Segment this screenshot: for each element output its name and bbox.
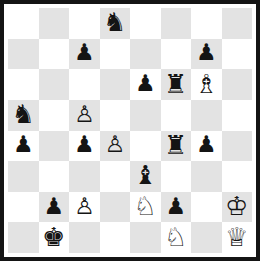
square-c6[interactable] [69, 69, 100, 100]
square-g8[interactable] [191, 8, 222, 39]
square-d2[interactable] [100, 192, 131, 223]
square-d4[interactable]: ♙ [100, 131, 131, 162]
square-e4[interactable] [130, 131, 161, 162]
square-e6[interactable]: ♟ [130, 69, 161, 100]
black-pawn[interactable]: ♟ [196, 133, 217, 156]
square-h7[interactable] [222, 39, 253, 70]
black-pawn[interactable]: ♟ [13, 133, 34, 156]
black-pawn[interactable]: ♟ [196, 41, 217, 64]
square-h1[interactable]: ♕ [222, 222, 253, 253]
square-f2[interactable]: ♟ [161, 192, 192, 223]
square-a4[interactable]: ♟ [8, 131, 39, 162]
square-h4[interactable] [222, 131, 253, 162]
square-e8[interactable] [130, 8, 161, 39]
square-f6[interactable]: ♜ [161, 69, 192, 100]
square-f3[interactable] [161, 161, 192, 192]
square-b7[interactable] [39, 39, 70, 70]
black-knight[interactable]: ♞ [12, 101, 35, 127]
square-d6[interactable] [100, 69, 131, 100]
black-rook[interactable]: ♜ [164, 132, 187, 158]
square-c2[interactable]: ♙ [69, 192, 100, 223]
square-f7[interactable] [161, 39, 192, 70]
square-g3[interactable] [191, 161, 222, 192]
square-h2[interactable]: ♔ [222, 192, 253, 223]
square-c5[interactable]: ♙ [69, 100, 100, 131]
white-pawn[interactable]: ♙ [74, 103, 95, 126]
square-b5[interactable] [39, 100, 70, 131]
white-knight[interactable]: ♘ [134, 193, 157, 219]
square-a2[interactable] [8, 192, 39, 223]
square-f1[interactable]: ♘ [161, 222, 192, 253]
white-king[interactable]: ♔ [225, 193, 248, 219]
square-g7[interactable]: ♟ [191, 39, 222, 70]
square-h3[interactable] [222, 161, 253, 192]
square-c3[interactable] [69, 161, 100, 192]
square-b1[interactable]: ♚ [39, 222, 70, 253]
square-b6[interactable] [39, 69, 70, 100]
square-e7[interactable] [130, 39, 161, 70]
white-bishop[interactable]: ♗ [195, 71, 218, 97]
square-h5[interactable] [222, 100, 253, 131]
chess-board: ♞♟♟♟♜♗♞♙♟♟♙♜♟♝♟♙♘♟♔♚♘♕ [8, 8, 252, 253]
square-d1[interactable] [100, 222, 131, 253]
square-d7[interactable] [100, 39, 131, 70]
square-d5[interactable] [100, 100, 131, 131]
square-c4[interactable]: ♟ [69, 131, 100, 162]
square-g6[interactable]: ♗ [191, 69, 222, 100]
square-f5[interactable] [161, 100, 192, 131]
square-c1[interactable] [69, 222, 100, 253]
black-bishop[interactable]: ♝ [134, 162, 157, 188]
square-e5[interactable] [130, 100, 161, 131]
square-c7[interactable]: ♟ [69, 39, 100, 70]
square-a8[interactable] [8, 8, 39, 39]
square-c8[interactable] [69, 8, 100, 39]
black-pawn[interactable]: ♟ [135, 72, 156, 95]
square-a5[interactable]: ♞ [8, 100, 39, 131]
square-g1[interactable] [191, 222, 222, 253]
square-a1[interactable] [8, 222, 39, 253]
square-h6[interactable] [222, 69, 253, 100]
square-b3[interactable] [39, 161, 70, 192]
square-g2[interactable] [191, 192, 222, 223]
square-h8[interactable] [222, 8, 253, 39]
white-queen[interactable]: ♕ [225, 224, 248, 250]
white-pawn[interactable]: ♙ [74, 195, 95, 218]
square-g5[interactable] [191, 100, 222, 131]
square-b4[interactable] [39, 131, 70, 162]
white-pawn[interactable]: ♙ [104, 133, 125, 156]
black-rook[interactable]: ♜ [164, 71, 187, 97]
black-pawn[interactable]: ♟ [74, 41, 95, 64]
square-d8[interactable]: ♞ [100, 8, 131, 39]
white-knight[interactable]: ♘ [164, 224, 187, 250]
square-f8[interactable] [161, 8, 192, 39]
square-a7[interactable] [8, 39, 39, 70]
black-pawn[interactable]: ♟ [43, 195, 64, 218]
square-f4[interactable]: ♜ [161, 131, 192, 162]
square-b2[interactable]: ♟ [39, 192, 70, 223]
square-a3[interactable] [8, 161, 39, 192]
square-e3[interactable]: ♝ [130, 161, 161, 192]
square-b8[interactable] [39, 8, 70, 39]
black-knight[interactable]: ♞ [103, 9, 126, 35]
square-e2[interactable]: ♘ [130, 192, 161, 223]
square-d3[interactable] [100, 161, 131, 192]
black-pawn[interactable]: ♟ [165, 195, 186, 218]
square-e1[interactable] [130, 222, 161, 253]
black-king[interactable]: ♚ [42, 224, 65, 250]
square-a6[interactable] [8, 69, 39, 100]
black-pawn[interactable]: ♟ [74, 133, 95, 156]
chess-diagram: ♞♟♟♟♜♗♞♙♟♟♙♜♟♝♟♙♘♟♔♚♘♕ [0, 0, 260, 261]
square-g4[interactable]: ♟ [191, 131, 222, 162]
